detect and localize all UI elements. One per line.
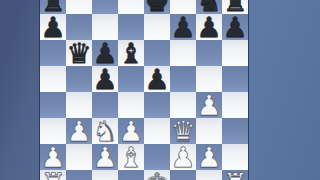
square-b3[interactable]: ♟ (66, 118, 92, 144)
square-e8[interactable]: ♚ (144, 0, 170, 14)
game-window: ♜♚♞♜♟♟♟♟♛♟♝♟♟♟♟♞♟♛♟♟♝♟♟♜♚♜ (0, 0, 320, 180)
square-e3[interactable] (144, 118, 170, 144)
square-a1[interactable]: ♜ (40, 170, 66, 180)
square-f5[interactable] (170, 66, 196, 92)
black-bishop-piece[interactable]: ♝ (118, 40, 144, 66)
square-c2[interactable]: ♟ (92, 144, 118, 170)
square-g7[interactable]: ♟ (196, 14, 222, 40)
square-b6[interactable]: ♛ (66, 40, 92, 66)
square-b5[interactable] (66, 66, 92, 92)
square-b1[interactable] (66, 170, 92, 180)
square-f1[interactable] (170, 170, 196, 180)
white-pawn-piece[interactable]: ♟ (196, 144, 222, 170)
square-b8[interactable] (66, 0, 92, 14)
square-f6[interactable] (170, 40, 196, 66)
square-d6[interactable]: ♝ (118, 40, 144, 66)
white-rook-piece[interactable]: ♜ (222, 170, 248, 180)
white-pawn-piece[interactable]: ♟ (66, 118, 92, 144)
white-pawn-piece[interactable]: ♟ (170, 144, 196, 170)
white-king-piece[interactable]: ♚ (144, 170, 170, 180)
black-pawn-piece[interactable]: ♟ (196, 14, 222, 40)
square-e4[interactable] (144, 92, 170, 118)
square-h4[interactable] (222, 92, 248, 118)
square-d1[interactable] (118, 170, 144, 180)
black-pawn-piece[interactable]: ♟ (40, 14, 66, 40)
square-d8[interactable] (118, 0, 144, 14)
square-h6[interactable] (222, 40, 248, 66)
black-pawn-piece[interactable]: ♟ (222, 14, 248, 40)
black-king-piece[interactable]: ♚ (144, 0, 170, 14)
square-f7[interactable]: ♟ (170, 14, 196, 40)
white-bishop-piece[interactable]: ♝ (118, 144, 144, 170)
white-rook-piece[interactable]: ♜ (40, 170, 66, 180)
square-g1[interactable] (196, 170, 222, 180)
square-a7[interactable]: ♟ (40, 14, 66, 40)
square-g4[interactable]: ♟ (196, 92, 222, 118)
square-f2[interactable]: ♟ (170, 144, 196, 170)
square-d2[interactable]: ♝ (118, 144, 144, 170)
square-h1[interactable]: ♜ (222, 170, 248, 180)
square-e1[interactable]: ♚ (144, 170, 170, 180)
square-e5[interactable]: ♟ (144, 66, 170, 92)
chess-board: ♜♚♞♜♟♟♟♟♛♟♝♟♟♟♟♞♟♛♟♟♝♟♟♜♚♜ (39, 0, 249, 180)
black-queen-piece[interactable]: ♛ (66, 40, 92, 66)
square-d5[interactable] (118, 66, 144, 92)
black-pawn-piece[interactable]: ♟ (92, 66, 118, 92)
black-pawn-piece[interactable]: ♟ (144, 66, 170, 92)
square-h5[interactable] (222, 66, 248, 92)
white-pawn-piece[interactable]: ♟ (92, 144, 118, 170)
white-pawn-piece[interactable]: ♟ (196, 92, 222, 118)
square-a5[interactable] (40, 66, 66, 92)
square-c5[interactable]: ♟ (92, 66, 118, 92)
square-g2[interactable]: ♟ (196, 144, 222, 170)
square-a6[interactable] (40, 40, 66, 66)
square-a4[interactable] (40, 92, 66, 118)
square-c8[interactable] (92, 0, 118, 14)
square-h7[interactable]: ♟ (222, 14, 248, 40)
square-c1[interactable] (92, 170, 118, 180)
square-g6[interactable] (196, 40, 222, 66)
black-pawn-piece[interactable]: ♟ (170, 14, 196, 40)
square-e7[interactable] (144, 14, 170, 40)
square-b2[interactable] (66, 144, 92, 170)
square-h3[interactable] (222, 118, 248, 144)
